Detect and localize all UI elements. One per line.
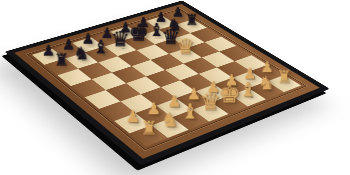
felt-base-pad	[223, 105, 236, 108]
king-glyph: ♚	[129, 22, 149, 45]
felt-base-pad	[142, 136, 156, 139]
board-molded-edge: ♟♜♟♜♟♞♟♞♟♝♛♛♟♝♟♚♟♚♟♛♟♛♟♝♟♝♟♞♟♞♟♜♟♜	[5, 0, 330, 165]
felt-base-pad	[126, 123, 139, 126]
bishop-glyph: ♝	[93, 38, 110, 57]
queen-glyph: ♛	[111, 29, 130, 50]
chess-board: ♟♜♟♜♟♞♟♞♟♝♛♛♟♝♟♚♟♚♟♛♟♛♟♝♟♝♟♞♟♞♟♜♟♜	[32, 11, 301, 147]
felt-base-pad	[163, 128, 176, 131]
felt-base-pad	[179, 56, 191, 59]
board-walnut-border: ♟♜♟♜♟♞♟♞♟♝♛♛♟♝♟♚♟♚♟♛♟♛♟♝♟♝♟♞♟♞♟♜♟♜	[14, 4, 319, 159]
knight-glyph: ♞	[74, 45, 90, 63]
felt-base-pad	[278, 84, 290, 87]
board-square-r3c2[interactable]	[137, 44, 169, 60]
board-square-r5c3[interactable]	[112, 66, 146, 83]
knight-glyph: ♞	[161, 110, 179, 130]
knight-glyph: ♞	[258, 74, 275, 92]
felt-base-pad	[204, 112, 217, 115]
felt-base-pad	[133, 43, 144, 46]
king-glyph: ♚	[218, 81, 241, 106]
felt-base-pad	[95, 54, 107, 57]
rook-glyph: ♜	[185, 12, 199, 28]
felt-base-pad	[242, 97, 254, 100]
chess-set-product-photo: ♟♜♟♜♟♞♟♞♟♝♛♛♟♝♟♚♟♚♟♛♟♛♟♝♟♝♟♞♟♞♟♜♟♜	[0, 0, 350, 175]
board-square-r4c2[interactable]	[118, 50, 151, 66]
bishop-glyph: ♝	[181, 101, 200, 122]
bishop-glyph: ♝	[239, 80, 257, 100]
board-square-r6c4[interactable]	[106, 83, 141, 101]
felt-base-pad	[76, 60, 88, 63]
felt-base-pad	[184, 120, 197, 123]
rook-glyph: ♜	[276, 68, 291, 85]
rook-glyph: ♜	[54, 52, 69, 69]
felt-base-pad	[55, 67, 67, 70]
queen-glyph: ♛	[200, 90, 221, 114]
felt-base-pad	[115, 48, 127, 51]
pawn-glyph: ♟	[146, 101, 161, 117]
felt-base-pad	[186, 26, 197, 29]
felt-base-pad	[260, 90, 272, 93]
pawn-glyph: ♟	[125, 109, 140, 126]
rook-glyph: ♜	[140, 119, 157, 138]
queen-glyph: ♛	[176, 36, 195, 57]
